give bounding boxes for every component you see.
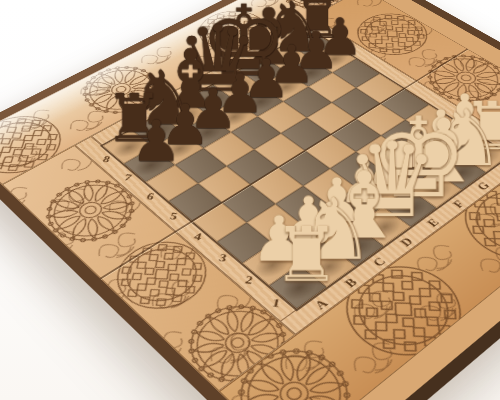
file-label-text: A [311, 296, 332, 312]
chess-board: 87654321 ABCDEFGH ♜♞♝♛♚♝♞♜♟♟♟♟♟♟♟♟♟♟♟♟♟♟… [0, 0, 500, 400]
piece-black-pawn[interactable]: ♟ [75, 113, 238, 170]
rank-label-text: 7 [122, 172, 133, 184]
rank-label-text: 6 [145, 190, 156, 202]
rank-label-text: 5 [168, 210, 179, 223]
piece-white-rook[interactable]: ♜ [215, 218, 398, 293]
chess-set-photo: 87654321 ABCDEFGH ♜♞♝♛♚♝♞♜♟♟♟♟♟♟♟♟♟♟♟♟♟♟… [0, 0, 500, 400]
